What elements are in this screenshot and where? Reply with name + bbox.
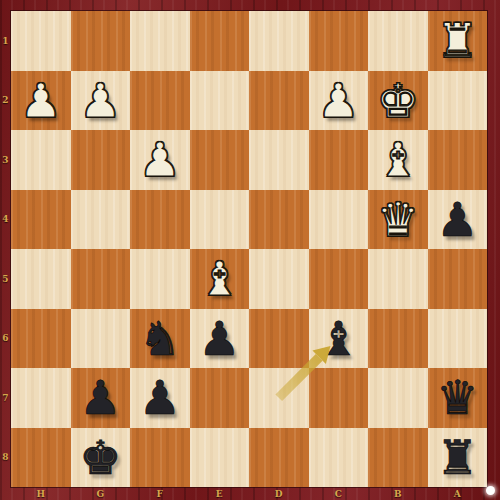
square-g6[interactable]	[71, 309, 131, 369]
piece-white-pawn[interactable]: ♟	[139, 136, 181, 183]
square-b8[interactable]	[368, 428, 428, 488]
square-d7[interactable]	[249, 368, 309, 428]
piece-black-pawn[interactable]: ♟	[198, 315, 240, 362]
square-a3[interactable]	[428, 130, 488, 190]
square-g2[interactable]: ♟	[71, 71, 131, 131]
square-a1[interactable]: ♜	[428, 11, 488, 71]
piece-black-pawn[interactable]: ♟	[436, 196, 478, 243]
square-c7[interactable]	[309, 368, 369, 428]
square-d4[interactable]	[249, 190, 309, 250]
square-c5[interactable]	[309, 249, 369, 309]
square-g5[interactable]	[71, 249, 131, 309]
square-c8[interactable]	[309, 428, 369, 488]
square-b7[interactable]	[368, 368, 428, 428]
square-d3[interactable]	[249, 130, 309, 190]
piece-black-pawn[interactable]: ♟	[79, 374, 121, 421]
square-h4[interactable]	[11, 190, 71, 250]
square-b5[interactable]	[368, 249, 428, 309]
file-label-c: C	[309, 487, 369, 500]
rank-label-8: 8	[0, 428, 11, 488]
chess-board: ♜♟♟♟♚♟♝♛♟♝♞♟♝♟♟♛♚♜	[11, 11, 487, 487]
piece-white-bishop[interactable]: ♝	[198, 255, 240, 302]
square-d6[interactable]	[249, 309, 309, 369]
piece-black-pawn[interactable]: ♟	[139, 374, 181, 421]
square-d2[interactable]	[249, 71, 309, 131]
rank-label-7: 7	[0, 368, 11, 428]
square-e4[interactable]	[190, 190, 250, 250]
piece-black-king[interactable]: ♚	[79, 434, 121, 481]
file-label-g: G	[71, 487, 131, 500]
piece-black-queen[interactable]: ♛	[436, 374, 478, 421]
file-label-e: E	[190, 487, 250, 500]
square-h1[interactable]	[11, 11, 71, 71]
rank-label-2: 2	[0, 71, 11, 131]
rank-label-5: 5	[0, 249, 11, 309]
square-e5[interactable]: ♝	[190, 249, 250, 309]
file-label-f: F	[130, 487, 190, 500]
square-b2[interactable]: ♚	[368, 71, 428, 131]
square-f6[interactable]: ♞	[130, 309, 190, 369]
square-f3[interactable]: ♟	[130, 130, 190, 190]
square-c2[interactable]: ♟	[309, 71, 369, 131]
square-f5[interactable]	[130, 249, 190, 309]
square-a6[interactable]	[428, 309, 488, 369]
rank-label-1: 1	[0, 11, 11, 71]
file-label-h: H	[11, 487, 71, 500]
square-e8[interactable]	[190, 428, 250, 488]
square-f4[interactable]	[130, 190, 190, 250]
square-a5[interactable]	[428, 249, 488, 309]
piece-black-knight[interactable]: ♞	[139, 315, 181, 362]
piece-white-pawn[interactable]: ♟	[20, 77, 62, 124]
square-g1[interactable]	[71, 11, 131, 71]
square-d8[interactable]	[249, 428, 309, 488]
piece-white-queen[interactable]: ♛	[377, 196, 419, 243]
square-h8[interactable]	[11, 428, 71, 488]
square-g3[interactable]	[71, 130, 131, 190]
square-b6[interactable]	[368, 309, 428, 369]
side-to-move-indicator	[486, 486, 495, 495]
square-g8[interactable]: ♚	[71, 428, 131, 488]
square-e3[interactable]	[190, 130, 250, 190]
square-b4[interactable]: ♛	[368, 190, 428, 250]
square-f1[interactable]	[130, 11, 190, 71]
piece-white-pawn[interactable]: ♟	[317, 77, 359, 124]
square-h6[interactable]	[11, 309, 71, 369]
piece-black-bishop[interactable]: ♝	[317, 315, 359, 362]
file-label-b: B	[368, 487, 428, 500]
square-c6[interactable]: ♝	[309, 309, 369, 369]
square-c1[interactable]	[309, 11, 369, 71]
file-label-a: A	[428, 487, 488, 500]
square-f2[interactable]	[130, 71, 190, 131]
square-f8[interactable]	[130, 428, 190, 488]
rank-label-3: 3	[0, 130, 11, 190]
square-b3[interactable]: ♝	[368, 130, 428, 190]
square-d5[interactable]	[249, 249, 309, 309]
square-a4[interactable]: ♟	[428, 190, 488, 250]
piece-white-king[interactable]: ♚	[377, 77, 419, 124]
file-label-d: D	[249, 487, 309, 500]
piece-black-rook[interactable]: ♜	[436, 434, 478, 481]
square-c3[interactable]	[309, 130, 369, 190]
piece-white-bishop[interactable]: ♝	[377, 136, 419, 183]
rank-label-4: 4	[0, 190, 11, 250]
square-a2[interactable]	[428, 71, 488, 131]
square-d1[interactable]	[249, 11, 309, 71]
square-a8[interactable]: ♜	[428, 428, 488, 488]
square-h7[interactable]	[11, 368, 71, 428]
square-h3[interactable]	[11, 130, 71, 190]
square-e2[interactable]	[190, 71, 250, 131]
square-c4[interactable]	[309, 190, 369, 250]
chess-app: ♜♟♟♟♚♟♝♛♟♝♞♟♝♟♟♛♚♜ 12345678HGFEDCBA	[0, 0, 500, 500]
square-h5[interactable]	[11, 249, 71, 309]
square-h2[interactable]: ♟	[11, 71, 71, 131]
square-f7[interactable]: ♟	[130, 368, 190, 428]
square-e1[interactable]	[190, 11, 250, 71]
square-g4[interactable]	[71, 190, 131, 250]
square-e7[interactable]	[190, 368, 250, 428]
square-e6[interactable]: ♟	[190, 309, 250, 369]
piece-white-pawn[interactable]: ♟	[79, 77, 121, 124]
piece-white-rook[interactable]: ♜	[436, 17, 478, 64]
square-a7[interactable]: ♛	[428, 368, 488, 428]
square-g7[interactable]: ♟	[71, 368, 131, 428]
square-b1[interactable]	[368, 11, 428, 71]
rank-label-6: 6	[0, 309, 11, 369]
